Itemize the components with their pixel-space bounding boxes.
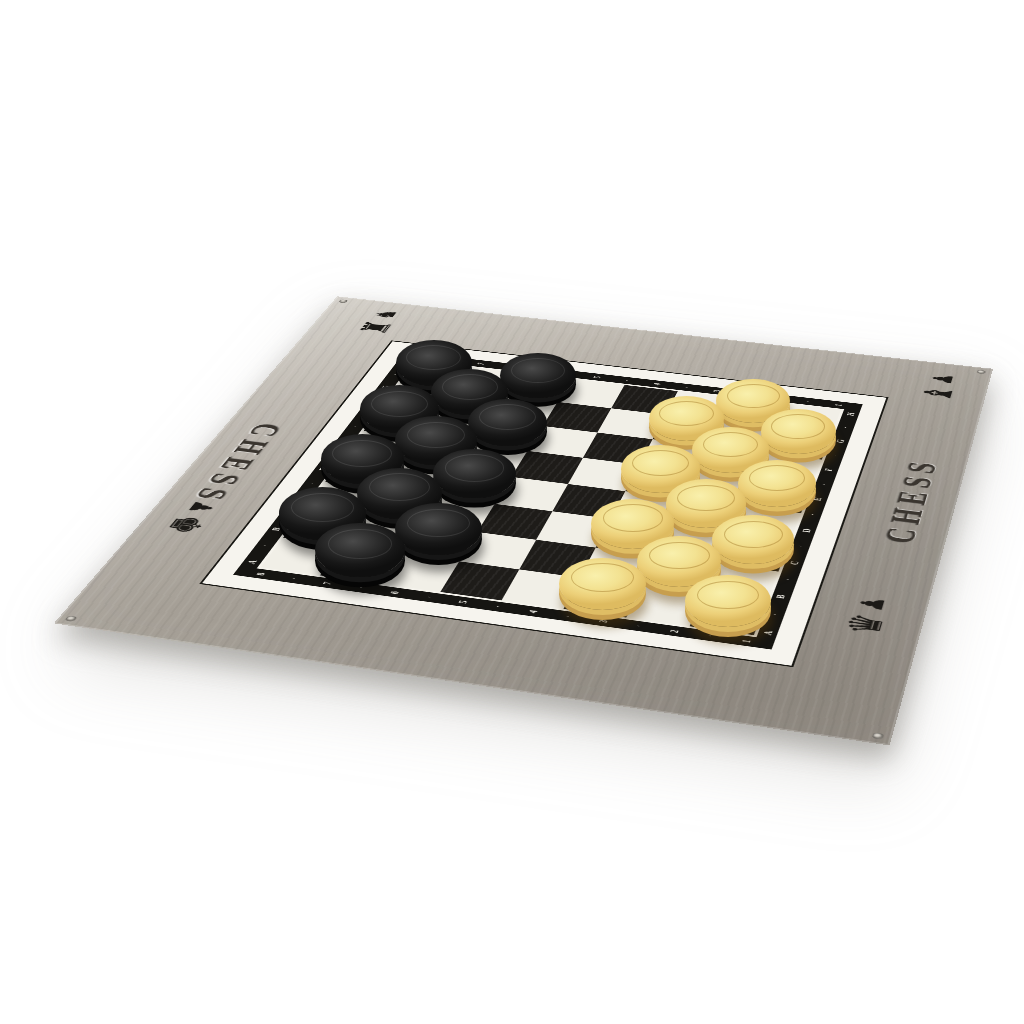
rook-icon: ♜ bbox=[354, 319, 398, 335]
grommet-icon bbox=[338, 299, 348, 303]
checker-top bbox=[685, 575, 771, 627]
checker-top bbox=[315, 523, 405, 577]
knight-icon: ♞ bbox=[371, 309, 401, 320]
checker-top bbox=[468, 399, 547, 446]
bishop-icon: ♝ bbox=[917, 384, 959, 402]
grommet-icon bbox=[64, 616, 77, 622]
corner-decoration-top-left: ♞♜ bbox=[355, 308, 405, 336]
corner-decoration-top-right: ♟♝ bbox=[919, 372, 961, 403]
checker-top bbox=[559, 558, 646, 610]
pawn-icon: ♟ bbox=[855, 595, 890, 613]
checker-top bbox=[395, 503, 482, 555]
mat-title-right: CHESS bbox=[873, 518, 928, 546]
checker-yellow-E1[interactable] bbox=[738, 460, 816, 523]
mat-title-left: CHESS bbox=[233, 421, 291, 445]
checker-yellow-A1[interactable] bbox=[685, 575, 771, 644]
checker-black-A7[interactable] bbox=[315, 523, 405, 595]
checker-black-B6[interactable] bbox=[395, 503, 482, 572]
corner-decoration-bottom-right: ♟♛ bbox=[842, 594, 893, 638]
pawn-icon: ♟ bbox=[928, 373, 957, 386]
checker-top bbox=[738, 460, 816, 507]
checker-top bbox=[500, 353, 576, 398]
grommet-icon bbox=[977, 370, 986, 374]
product-photo: ♞♜ ♟♝ ♟♚ ♟♛ CHESS CHESS 8▪7▪6▪5▪4▪3▪2▪1 … bbox=[0, 0, 1024, 1024]
grommet-icon bbox=[872, 732, 884, 739]
checker-top bbox=[712, 515, 794, 564]
checker-yellow-A3[interactable] bbox=[559, 558, 646, 628]
checker-top bbox=[433, 449, 516, 499]
queen-icon: ♛ bbox=[841, 611, 891, 637]
checker-yellow-C1[interactable] bbox=[712, 515, 794, 581]
king-icon: ♚ bbox=[160, 514, 213, 536]
checker-top bbox=[761, 409, 836, 454]
